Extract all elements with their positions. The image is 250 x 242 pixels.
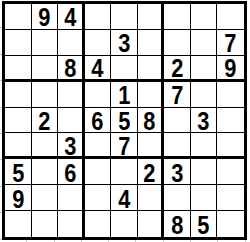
digit: 3 [198, 108, 210, 133]
cell-r4c3[interactable] [58, 82, 85, 108]
cell-r3c1[interactable] [5, 56, 32, 82]
cell-r1c2[interactable]: 9 [32, 4, 59, 30]
digit: 2 [38, 108, 50, 133]
cell-r8c5[interactable]: 4 [111, 185, 138, 211]
digit: 3 [118, 30, 130, 55]
digit: 3 [171, 160, 183, 185]
digit: 4 [118, 186, 130, 211]
digit: 5 [118, 108, 130, 133]
cell-r6c1[interactable] [5, 133, 32, 159]
cell-r5c9[interactable] [217, 108, 244, 134]
cell-r8c2[interactable] [32, 185, 59, 211]
cell-r9c8[interactable]: 5 [191, 211, 218, 237]
cell-r9c7[interactable]: 8 [164, 211, 191, 237]
cell-r2c3[interactable] [58, 30, 85, 56]
digit: 7 [225, 30, 237, 55]
cell-r4c8[interactable] [191, 82, 218, 108]
cell-r4c2[interactable] [32, 82, 59, 108]
digit: 8 [171, 212, 183, 237]
cell-r6c8[interactable] [191, 133, 218, 159]
cell-r1c7[interactable] [164, 4, 191, 30]
cell-r2c9[interactable]: 7 [217, 30, 244, 56]
cell-r8c8[interactable] [191, 185, 218, 211]
cell-r7c4[interactable] [85, 159, 112, 185]
cell-r5c7[interactable] [164, 108, 191, 134]
cell-r2c2[interactable] [32, 30, 59, 56]
digit: 5 [12, 160, 24, 185]
digit: 8 [143, 108, 155, 133]
cell-r4c7[interactable]: 7 [164, 82, 191, 108]
digit: 9 [12, 186, 24, 211]
cell-r3c2[interactable] [32, 56, 59, 82]
cell-r6c2[interactable] [32, 133, 59, 159]
digit: 9 [38, 4, 50, 29]
digit: 7 [171, 82, 183, 107]
cell-r4c6[interactable] [138, 82, 165, 108]
cell-r8c9[interactable] [217, 185, 244, 211]
cell-r7c1[interactable]: 5 [5, 159, 32, 185]
cell-r8c7[interactable] [164, 185, 191, 211]
digit: 2 [171, 56, 183, 81]
digit: 8 [64, 56, 76, 81]
cell-r7c2[interactable] [32, 159, 59, 185]
cell-r9c1[interactable] [5, 211, 32, 237]
cell-r2c5[interactable]: 3 [111, 30, 138, 56]
cell-r5c8[interactable]: 3 [191, 108, 218, 134]
cell-r1c5[interactable] [111, 4, 138, 30]
cell-r9c6[interactable] [138, 211, 165, 237]
sudoku-grid: 9437842917265833756239485 [2, 1, 247, 240]
cell-r8c6[interactable] [138, 185, 165, 211]
cell-r2c7[interactable] [164, 30, 191, 56]
digit: 4 [91, 56, 103, 81]
cell-r7c6[interactable]: 2 [138, 159, 165, 185]
digit: 6 [91, 108, 103, 133]
cell-r9c3[interactable] [58, 211, 85, 237]
sudoku-screenshot: 9437842917265833756239485 [0, 0, 250, 242]
cell-r6c6[interactable] [138, 133, 165, 159]
cell-r1c3[interactable]: 4 [58, 4, 85, 30]
cell-r1c6[interactable] [138, 4, 165, 30]
cell-r9c5[interactable] [111, 211, 138, 237]
cell-r3c7[interactable]: 2 [164, 56, 191, 82]
cell-r8c3[interactable] [58, 185, 85, 211]
cell-r1c9[interactable] [217, 4, 244, 30]
cell-r5c4[interactable]: 6 [85, 108, 112, 134]
cell-r4c5[interactable]: 1 [111, 82, 138, 108]
cell-r2c1[interactable] [5, 30, 32, 56]
cell-r3c6[interactable] [138, 56, 165, 82]
cell-r5c5[interactable]: 5 [111, 108, 138, 134]
cell-r3c4[interactable]: 4 [85, 56, 112, 82]
cell-r1c8[interactable] [191, 4, 218, 30]
cell-r6c7[interactable] [164, 133, 191, 159]
cell-r5c6[interactable]: 8 [138, 108, 165, 134]
cell-r2c8[interactable] [191, 30, 218, 56]
cell-r9c2[interactable] [32, 211, 59, 237]
cell-r4c9[interactable] [217, 82, 244, 108]
cell-r1c4[interactable] [85, 4, 112, 30]
cell-r5c2[interactable]: 2 [32, 108, 59, 134]
cell-r6c5[interactable]: 7 [111, 133, 138, 159]
digit: 1 [118, 82, 130, 107]
digit: 5 [198, 212, 210, 237]
cell-r2c6[interactable] [138, 30, 165, 56]
cell-r7c7[interactable]: 3 [164, 159, 191, 185]
digit: 6 [64, 160, 76, 185]
cell-r3c9[interactable]: 9 [217, 56, 244, 82]
cell-r4c4[interactable] [85, 82, 112, 108]
cell-r3c3[interactable]: 8 [58, 56, 85, 82]
digit: 7 [118, 133, 130, 158]
cell-r6c9[interactable] [217, 133, 244, 159]
cell-r7c3[interactable]: 6 [58, 159, 85, 185]
cell-r8c4[interactable] [85, 185, 112, 211]
cell-r1c1[interactable] [5, 4, 32, 30]
cell-r5c3[interactable] [58, 108, 85, 134]
cell-r7c8[interactable] [191, 159, 218, 185]
cell-r7c5[interactable] [111, 159, 138, 185]
cell-r3c8[interactable] [191, 56, 218, 82]
cell-r9c4[interactable] [85, 211, 112, 237]
cell-r7c9[interactable] [217, 159, 244, 185]
digit: 2 [143, 160, 155, 185]
digit: 9 [225, 56, 237, 81]
cell-r9c9[interactable] [217, 211, 244, 237]
digit: 3 [64, 133, 76, 158]
cell-r6c4[interactable] [85, 133, 112, 159]
cell-r4c1[interactable] [5, 82, 32, 108]
digit: 4 [64, 4, 76, 29]
cell-r6c3[interactable]: 3 [58, 133, 85, 159]
cell-r8c1[interactable]: 9 [5, 185, 32, 211]
cell-r3c5[interactable] [111, 56, 138, 82]
cell-r5c1[interactable] [5, 108, 32, 134]
cell-r2c4[interactable] [85, 30, 112, 56]
